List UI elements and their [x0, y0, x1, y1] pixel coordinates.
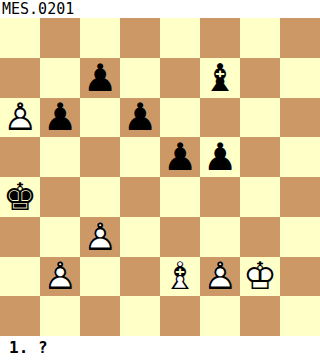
square-e5[interactable]: ♟ — [160, 137, 200, 177]
square-b8[interactable] — [40, 18, 80, 58]
square-h1[interactable] — [280, 296, 320, 336]
white-king-piece[interactable]: ♚♔ — [240, 257, 280, 297]
square-g2[interactable]: ♚♔ — [240, 257, 280, 297]
square-a4[interactable]: ♚ — [0, 177, 40, 217]
square-h6[interactable] — [280, 98, 320, 138]
square-h8[interactable] — [280, 18, 320, 58]
square-g7[interactable] — [240, 58, 280, 98]
square-a2[interactable] — [0, 257, 40, 297]
square-f6[interactable] — [200, 98, 240, 138]
diagram-title: MES.0201 — [0, 0, 320, 18]
white-bishop-outline: ♗ — [160, 257, 200, 297]
square-h4[interactable] — [280, 177, 320, 217]
square-d6[interactable]: ♟ — [120, 98, 160, 138]
square-a3[interactable] — [0, 217, 40, 257]
square-d5[interactable] — [120, 137, 160, 177]
square-g4[interactable] — [240, 177, 280, 217]
square-a5[interactable] — [0, 137, 40, 177]
square-d1[interactable] — [120, 296, 160, 336]
white-pawn-piece[interactable]: ♟♙ — [80, 217, 120, 257]
square-e1[interactable] — [160, 296, 200, 336]
square-f2[interactable]: ♟♙ — [200, 257, 240, 297]
square-e8[interactable] — [160, 18, 200, 58]
square-h3[interactable] — [280, 217, 320, 257]
square-b4[interactable] — [40, 177, 80, 217]
black-pawn-piece[interactable]: ♟ — [203, 138, 237, 176]
square-e4[interactable] — [160, 177, 200, 217]
square-a6[interactable]: ♟♙ — [0, 98, 40, 138]
black-pawn-piece[interactable]: ♟ — [163, 138, 197, 176]
chess-diagram-page: MES.0201 ♟♝♟♙♟♟♟♟♚♟♙♟♙♝♗♟♙♚♔ 1. ? — [0, 0, 320, 360]
square-b1[interactable] — [40, 296, 80, 336]
black-pawn-piece[interactable]: ♟ — [43, 98, 77, 136]
white-pawn-piece[interactable]: ♟♙ — [40, 257, 80, 297]
square-c4[interactable] — [80, 177, 120, 217]
square-g5[interactable] — [240, 137, 280, 177]
black-pawn-piece[interactable]: ♟ — [123, 98, 157, 136]
square-e2[interactable]: ♝♗ — [160, 257, 200, 297]
chess-board: ♟♝♟♙♟♟♟♟♚♟♙♟♙♝♗♟♙♚♔ — [0, 18, 320, 336]
white-pawn-outline: ♙ — [40, 257, 80, 297]
square-h5[interactable] — [280, 137, 320, 177]
square-f4[interactable] — [200, 177, 240, 217]
move-prompt: 1. ? — [0, 336, 320, 360]
square-b7[interactable] — [40, 58, 80, 98]
square-f7[interactable]: ♝ — [200, 58, 240, 98]
square-a1[interactable] — [0, 296, 40, 336]
square-c8[interactable] — [80, 18, 120, 58]
square-d7[interactable] — [120, 58, 160, 98]
square-a7[interactable] — [0, 58, 40, 98]
square-f8[interactable] — [200, 18, 240, 58]
square-f3[interactable] — [200, 217, 240, 257]
square-d2[interactable] — [120, 257, 160, 297]
square-d4[interactable] — [120, 177, 160, 217]
square-e3[interactable] — [160, 217, 200, 257]
white-pawn-outline: ♙ — [0, 98, 40, 138]
black-king-piece[interactable]: ♚ — [3, 178, 37, 216]
square-b2[interactable]: ♟♙ — [40, 257, 80, 297]
square-a8[interactable] — [0, 18, 40, 58]
square-c3[interactable]: ♟♙ — [80, 217, 120, 257]
square-f1[interactable] — [200, 296, 240, 336]
white-bishop-piece[interactable]: ♝♗ — [160, 257, 200, 297]
square-d3[interactable] — [120, 217, 160, 257]
white-pawn-piece[interactable]: ♟♙ — [0, 98, 40, 138]
square-e6[interactable] — [160, 98, 200, 138]
square-d8[interactable] — [120, 18, 160, 58]
square-f5[interactable]: ♟ — [200, 137, 240, 177]
white-pawn-outline: ♙ — [200, 257, 240, 297]
square-c6[interactable] — [80, 98, 120, 138]
square-g1[interactable] — [240, 296, 280, 336]
square-g6[interactable] — [240, 98, 280, 138]
white-pawn-piece[interactable]: ♟♙ — [200, 257, 240, 297]
square-c1[interactable] — [80, 296, 120, 336]
square-c2[interactable] — [80, 257, 120, 297]
square-h7[interactable] — [280, 58, 320, 98]
square-c7[interactable]: ♟ — [80, 58, 120, 98]
white-pawn-outline: ♙ — [80, 217, 120, 257]
square-h2[interactable] — [280, 257, 320, 297]
black-bishop-piece[interactable]: ♝ — [203, 59, 237, 97]
square-e7[interactable] — [160, 58, 200, 98]
square-c5[interactable] — [80, 137, 120, 177]
square-b6[interactable]: ♟ — [40, 98, 80, 138]
white-king-outline: ♔ — [240, 257, 280, 297]
square-g8[interactable] — [240, 18, 280, 58]
square-g3[interactable] — [240, 217, 280, 257]
square-b5[interactable] — [40, 137, 80, 177]
square-b3[interactable] — [40, 217, 80, 257]
black-pawn-piece[interactable]: ♟ — [83, 59, 117, 97]
